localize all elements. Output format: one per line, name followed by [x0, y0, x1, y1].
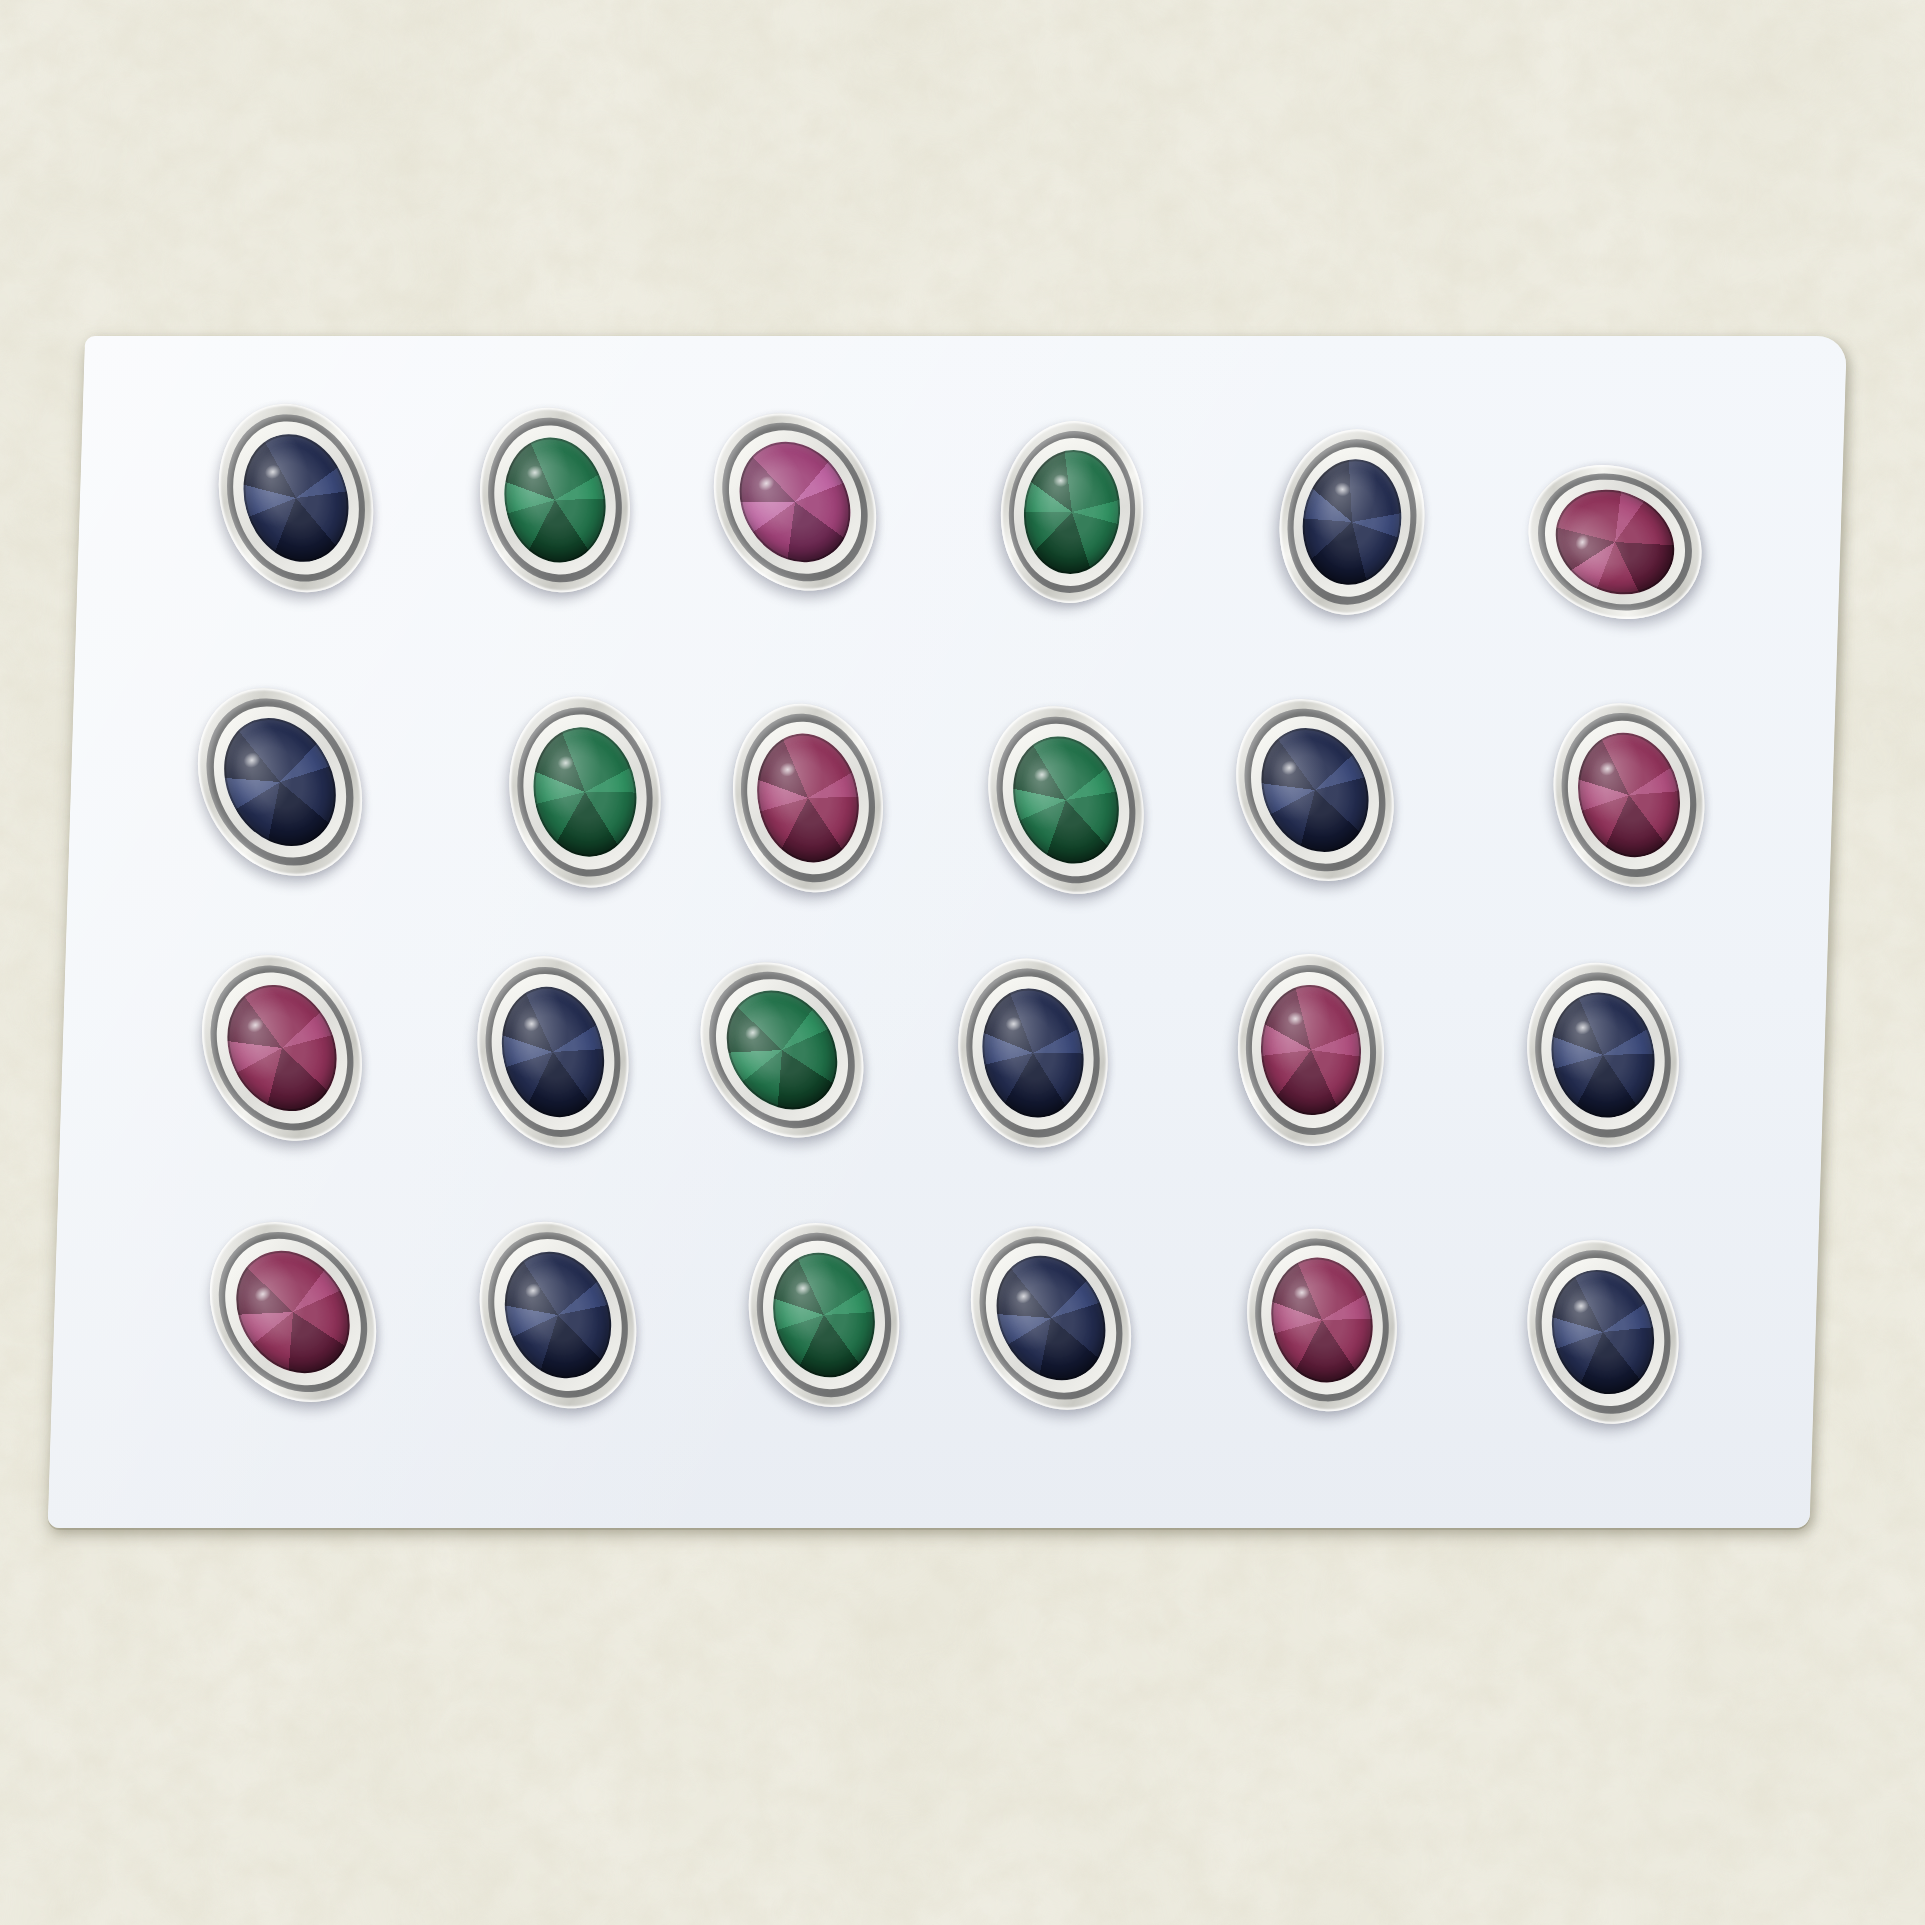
specular-highlight — [556, 754, 575, 771]
specular-highlight — [522, 1015, 541, 1033]
specular-highlight — [1598, 760, 1617, 778]
specular-highlight — [1293, 1285, 1312, 1302]
specular-highlight — [778, 761, 797, 778]
specular-highlight — [241, 750, 263, 771]
specular-highlight — [245, 1015, 266, 1035]
specular-highlight — [1334, 481, 1351, 497]
specular-highlight — [1004, 1016, 1022, 1033]
specular-highlight — [1278, 758, 1299, 778]
specular-highlight — [523, 1281, 544, 1300]
specular-highlight — [793, 1280, 812, 1297]
specular-highlight — [1052, 473, 1068, 488]
specular-highlight — [742, 1022, 763, 1043]
stud-earring-r1c4-emerald — [995, 416, 1149, 607]
stud-earring-r3c5-ruby — [1233, 950, 1389, 1149]
specular-highlight — [1571, 1297, 1590, 1315]
specular-highlight — [1573, 532, 1592, 552]
specular-highlight — [1013, 1286, 1034, 1306]
specular-highlight — [756, 473, 777, 494]
specular-highlight — [1287, 1011, 1304, 1026]
specular-highlight — [1573, 1019, 1592, 1036]
specular-highlight — [1032, 765, 1052, 784]
specular-highlight — [252, 1283, 274, 1304]
stud-earring-r1c5-sapphire — [1268, 420, 1436, 624]
specular-highlight — [263, 463, 283, 482]
specular-highlight — [525, 464, 544, 481]
